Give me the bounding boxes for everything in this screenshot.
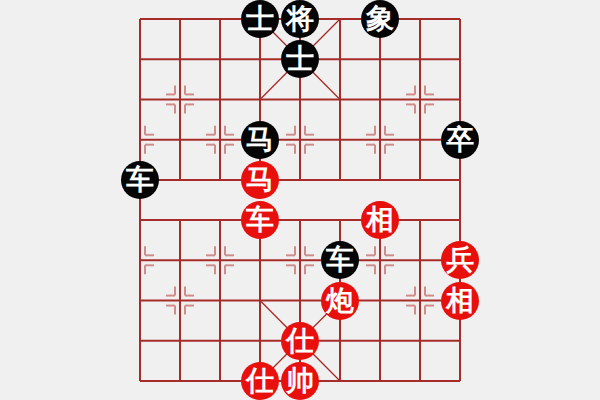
- red-elephant[interactable]: 相: [361, 201, 399, 239]
- black-chariot[interactable]: 车: [121, 161, 159, 199]
- red-advisor[interactable]: 仕: [281, 322, 319, 360]
- black-chariot[interactable]: 车: [321, 241, 359, 279]
- red-horse[interactable]: 马: [241, 161, 279, 199]
- red-cannon[interactable]: 炮: [321, 282, 359, 320]
- red-general[interactable]: 帅: [281, 362, 319, 400]
- black-advisor[interactable]: 士: [241, 0, 279, 38]
- black-elephant[interactable]: 象: [361, 0, 399, 38]
- red-chariot[interactable]: 车: [241, 201, 279, 239]
- red-elephant[interactable]: 相: [441, 282, 479, 320]
- black-general[interactable]: 将: [281, 0, 319, 38]
- black-advisor[interactable]: 士: [281, 40, 319, 78]
- piece-layer: 士将象士马卒车马车相车兵炮相仕仕帅: [120, 0, 480, 400]
- black-horse[interactable]: 马: [241, 121, 279, 159]
- red-advisor[interactable]: 仕: [241, 362, 279, 400]
- black-soldier[interactable]: 卒: [441, 121, 479, 159]
- red-soldier[interactable]: 兵: [441, 241, 479, 279]
- xiangqi-board[interactable]: 士将象士马卒车马车相车兵炮相仕仕帅: [0, 0, 600, 400]
